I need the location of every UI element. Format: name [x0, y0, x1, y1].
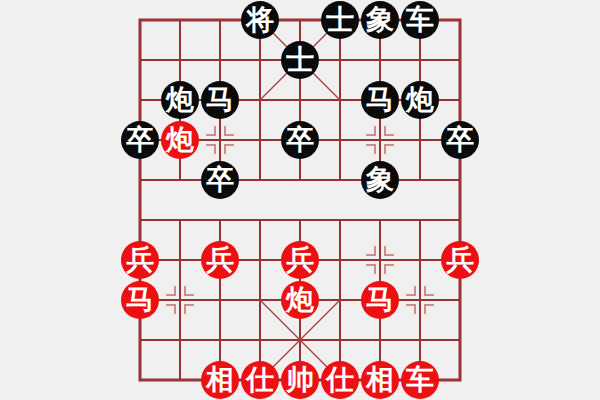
- black-soldier[interactable]: 卒: [201, 161, 239, 199]
- red-cannon[interactable]: 炮: [281, 281, 319, 319]
- black-soldier[interactable]: 卒: [441, 121, 479, 159]
- black-soldier[interactable]: 卒: [121, 121, 159, 159]
- red-soldier[interactable]: 兵: [441, 241, 479, 279]
- black-soldier[interactable]: 卒: [281, 121, 319, 159]
- red-advisor[interactable]: 仕: [241, 361, 279, 399]
- red-chariot[interactable]: 车: [401, 361, 439, 399]
- black-cannon[interactable]: 炮: [401, 81, 439, 119]
- red-elephant[interactable]: 相: [201, 361, 239, 399]
- xiangqi-board[interactable]: 将士象车士炮马马炮卒炮卒卒卒象兵兵兵兵马炮马相仕帅仕相车: [0, 0, 600, 400]
- red-soldier[interactable]: 兵: [281, 241, 319, 279]
- red-soldier[interactable]: 兵: [121, 241, 159, 279]
- xiangqi-app: 将士象车士炮马马炮卒炮卒卒卒象兵兵兵兵马炮马相仕帅仕相车: [0, 0, 600, 400]
- black-chariot[interactable]: 车: [401, 1, 439, 39]
- black-advisor[interactable]: 士: [281, 41, 319, 79]
- black-elephant[interactable]: 象: [361, 1, 399, 39]
- black-general[interactable]: 将: [241, 1, 279, 39]
- red-horse[interactable]: 马: [361, 281, 399, 319]
- black-horse[interactable]: 马: [361, 81, 399, 119]
- black-horse[interactable]: 马: [201, 81, 239, 119]
- black-cannon[interactable]: 炮: [161, 81, 199, 119]
- red-advisor[interactable]: 仕: [321, 361, 359, 399]
- red-general[interactable]: 帅: [281, 361, 319, 399]
- red-soldier[interactable]: 兵: [201, 241, 239, 279]
- red-horse[interactable]: 马: [121, 281, 159, 319]
- red-cannon[interactable]: 炮: [161, 121, 199, 159]
- black-advisor[interactable]: 士: [321, 1, 359, 39]
- black-elephant[interactable]: 象: [361, 161, 399, 199]
- red-elephant[interactable]: 相: [361, 361, 399, 399]
